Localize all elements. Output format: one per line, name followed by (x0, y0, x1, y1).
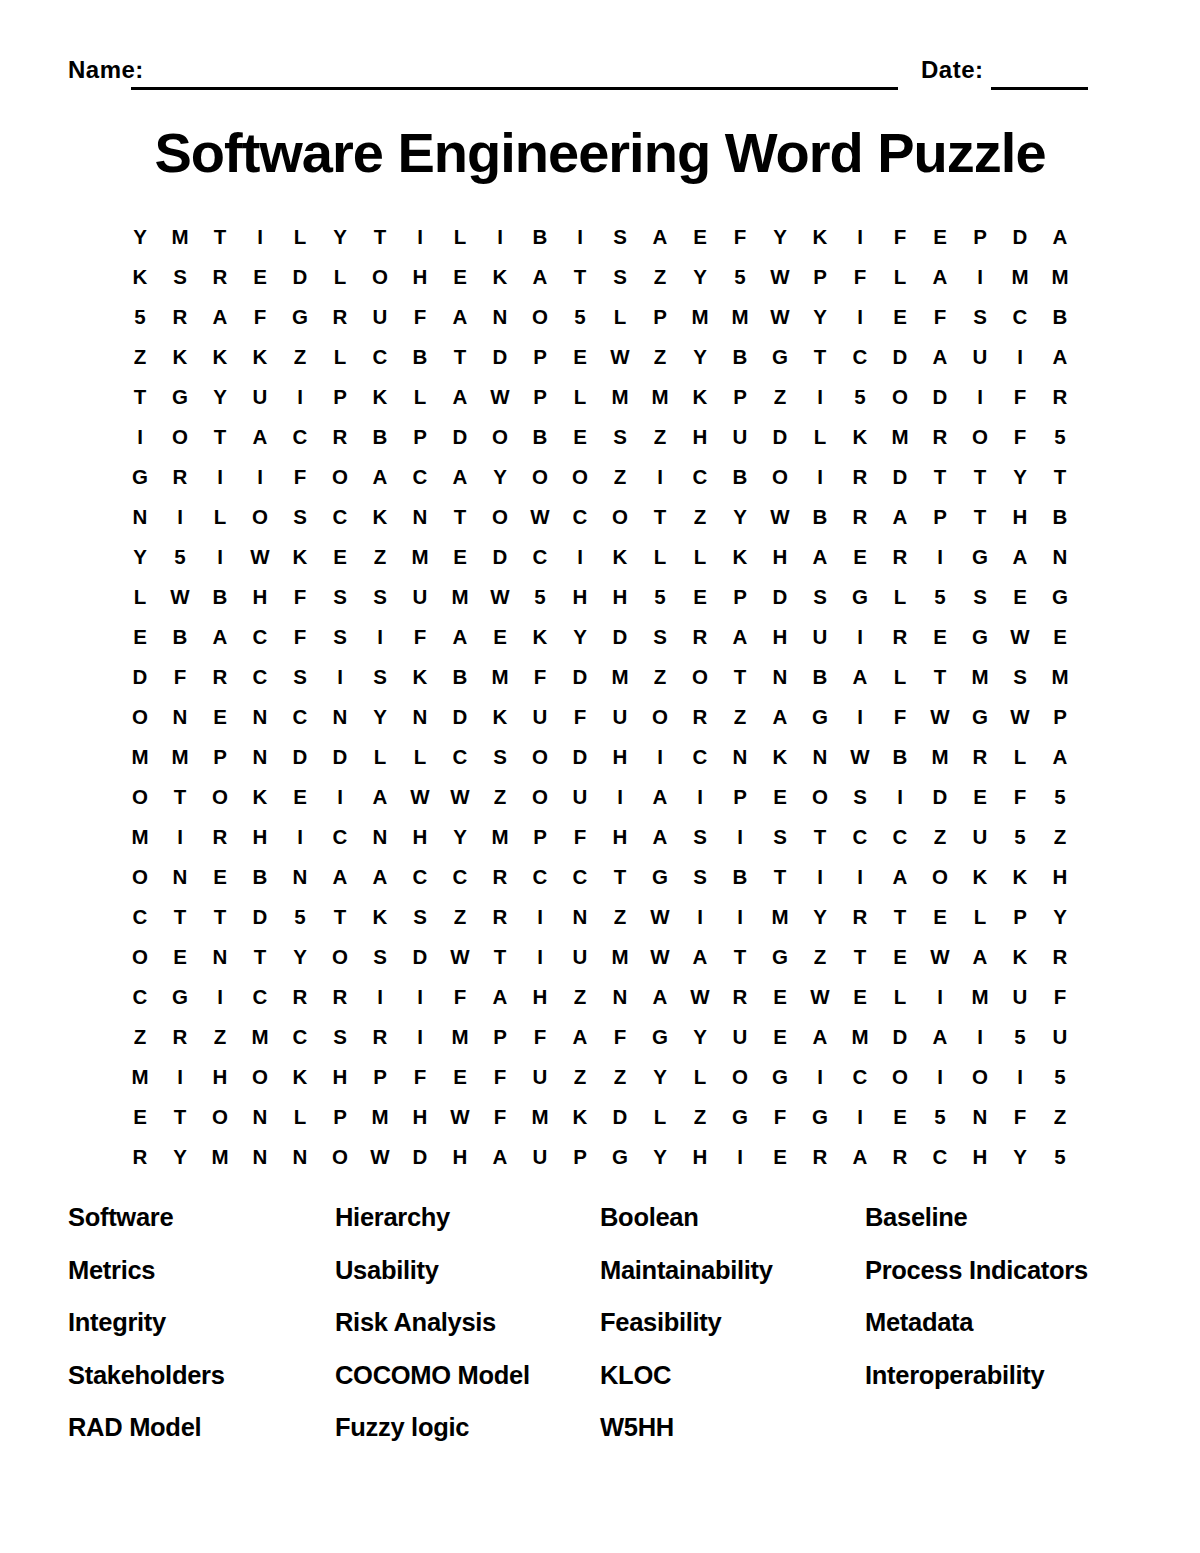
grid-cell-r5c21[interactable]: D (920, 377, 960, 417)
grid-cell-r11c5[interactable]: F (280, 617, 320, 657)
grid-cell-r18c9[interactable]: Z (440, 897, 480, 937)
grid-cell-r3c17[interactable]: W (760, 297, 800, 337)
grid-cell-r1c10[interactable]: I (480, 217, 520, 257)
grid-cell-r19c22[interactable]: A (960, 937, 1000, 977)
grid-cell-r14c18[interactable]: N (800, 737, 840, 777)
grid-cell-r5c4[interactable]: U (240, 377, 280, 417)
grid-cell-r24c12[interactable]: P (560, 1137, 600, 1177)
grid-cell-r2c23[interactable]: M (1000, 257, 1040, 297)
grid-cell-r9c24[interactable]: N (1040, 537, 1080, 577)
grid-cell-r6c5[interactable]: C (280, 417, 320, 457)
grid-cell-r23c18[interactable]: G (800, 1097, 840, 1137)
grid-cell-r13c10[interactable]: K (480, 697, 520, 737)
grid-cell-r19c13[interactable]: M (600, 937, 640, 977)
grid-cell-r24c13[interactable]: G (600, 1137, 640, 1177)
grid-cell-r4c22[interactable]: U (960, 337, 1000, 377)
grid-cell-r12c13[interactable]: M (600, 657, 640, 697)
grid-cell-r15c2[interactable]: T (160, 777, 200, 817)
grid-cell-r19c17[interactable]: G (760, 937, 800, 977)
grid-cell-r7c6[interactable]: O (320, 457, 360, 497)
grid-cell-r20c2[interactable]: G (160, 977, 200, 1017)
grid-cell-r3c13[interactable]: L (600, 297, 640, 337)
grid-cell-r10c5[interactable]: F (280, 577, 320, 617)
grid-cell-r9c10[interactable]: D (480, 537, 520, 577)
grid-cell-r23c19[interactable]: I (840, 1097, 880, 1137)
grid-cell-r7c3[interactable]: I (200, 457, 240, 497)
grid-cell-r21c2[interactable]: R (160, 1017, 200, 1057)
grid-cell-r18c18[interactable]: Y (800, 897, 840, 937)
grid-cell-r15c10[interactable]: Z (480, 777, 520, 817)
grid-cell-r17c1[interactable]: O (120, 857, 160, 897)
grid-cell-r24c21[interactable]: C (920, 1137, 960, 1177)
grid-cell-r19c11[interactable]: I (520, 937, 560, 977)
grid-cell-r17c19[interactable]: I (840, 857, 880, 897)
grid-cell-r18c14[interactable]: W (640, 897, 680, 937)
grid-cell-r11c17[interactable]: H (760, 617, 800, 657)
grid-cell-r9c2[interactable]: 5 (160, 537, 200, 577)
grid-cell-r19c23[interactable]: K (1000, 937, 1040, 977)
grid-cell-r15c23[interactable]: F (1000, 777, 1040, 817)
grid-cell-r24c17[interactable]: E (760, 1137, 800, 1177)
grid-cell-r7c21[interactable]: T (920, 457, 960, 497)
grid-cell-r5c9[interactable]: A (440, 377, 480, 417)
grid-cell-r13c20[interactable]: F (880, 697, 920, 737)
grid-cell-r22c3[interactable]: H (200, 1057, 240, 1097)
grid-cell-r24c20[interactable]: R (880, 1137, 920, 1177)
grid-cell-r8c19[interactable]: R (840, 497, 880, 537)
grid-cell-r13c1[interactable]: O (120, 697, 160, 737)
grid-cell-r10c7[interactable]: S (360, 577, 400, 617)
grid-cell-r23c23[interactable]: F (1000, 1097, 1040, 1137)
grid-cell-r17c23[interactable]: K (1000, 857, 1040, 897)
grid-cell-r6c13[interactable]: S (600, 417, 640, 457)
grid-cell-r3c21[interactable]: F (920, 297, 960, 337)
grid-cell-r2c13[interactable]: S (600, 257, 640, 297)
grid-cell-r6c17[interactable]: D (760, 417, 800, 457)
grid-cell-r23c15[interactable]: Z (680, 1097, 720, 1137)
grid-cell-r15c20[interactable]: I (880, 777, 920, 817)
grid-cell-r24c24[interactable]: 5 (1040, 1137, 1080, 1177)
grid-cell-r8c2[interactable]: I (160, 497, 200, 537)
grid-cell-r5c20[interactable]: O (880, 377, 920, 417)
grid-cell-r4c15[interactable]: Y (680, 337, 720, 377)
grid-cell-r10c12[interactable]: H (560, 577, 600, 617)
grid-cell-r21c23[interactable]: 5 (1000, 1017, 1040, 1057)
grid-cell-r20c7[interactable]: I (360, 977, 400, 1017)
grid-cell-r20c15[interactable]: W (680, 977, 720, 1017)
grid-cell-r23c6[interactable]: P (320, 1097, 360, 1137)
grid-cell-r8c21[interactable]: P (920, 497, 960, 537)
grid-cell-r16c8[interactable]: H (400, 817, 440, 857)
grid-cell-r9c5[interactable]: K (280, 537, 320, 577)
grid-cell-r15c1[interactable]: O (120, 777, 160, 817)
grid-cell-r5c1[interactable]: T (120, 377, 160, 417)
grid-cell-r19c5[interactable]: Y (280, 937, 320, 977)
grid-cell-r16c12[interactable]: F (560, 817, 600, 857)
grid-cell-r16c23[interactable]: 5 (1000, 817, 1040, 857)
grid-cell-r15c13[interactable]: I (600, 777, 640, 817)
grid-cell-r22c20[interactable]: O (880, 1057, 920, 1097)
grid-cell-r17c24[interactable]: H (1040, 857, 1080, 897)
grid-cell-r10c21[interactable]: 5 (920, 577, 960, 617)
grid-cell-r3c20[interactable]: E (880, 297, 920, 337)
grid-cell-r2c11[interactable]: A (520, 257, 560, 297)
grid-cell-r4c6[interactable]: L (320, 337, 360, 377)
grid-cell-r6c4[interactable]: A (240, 417, 280, 457)
grid-cell-r19c19[interactable]: T (840, 937, 880, 977)
grid-cell-r8c8[interactable]: N (400, 497, 440, 537)
grid-cell-r1c16[interactable]: F (720, 217, 760, 257)
grid-cell-r10c13[interactable]: H (600, 577, 640, 617)
grid-cell-r4c1[interactable]: Z (120, 337, 160, 377)
grid-cell-r19c8[interactable]: D (400, 937, 440, 977)
grid-cell-r4c24[interactable]: A (1040, 337, 1080, 377)
grid-cell-r11c21[interactable]: E (920, 617, 960, 657)
grid-cell-r5c10[interactable]: W (480, 377, 520, 417)
grid-cell-r24c19[interactable]: A (840, 1137, 880, 1177)
grid-cell-r24c8[interactable]: D (400, 1137, 440, 1177)
grid-cell-r3c15[interactable]: M (680, 297, 720, 337)
grid-cell-r15c11[interactable]: O (520, 777, 560, 817)
grid-cell-r12c11[interactable]: F (520, 657, 560, 697)
grid-cell-r17c17[interactable]: T (760, 857, 800, 897)
grid-cell-r21c21[interactable]: A (920, 1017, 960, 1057)
grid-cell-r8c9[interactable]: T (440, 497, 480, 537)
grid-cell-r2c1[interactable]: K (120, 257, 160, 297)
grid-cell-r11c20[interactable]: R (880, 617, 920, 657)
grid-cell-r20c21[interactable]: I (920, 977, 960, 1017)
grid-cell-r22c10[interactable]: F (480, 1057, 520, 1097)
grid-cell-r16c2[interactable]: I (160, 817, 200, 857)
grid-cell-r10c11[interactable]: 5 (520, 577, 560, 617)
grid-cell-r13c19[interactable]: I (840, 697, 880, 737)
grid-cell-r1c7[interactable]: T (360, 217, 400, 257)
grid-cell-r14c8[interactable]: L (400, 737, 440, 777)
grid-cell-r11c4[interactable]: C (240, 617, 280, 657)
grid-cell-r2c8[interactable]: H (400, 257, 440, 297)
grid-cell-r19c10[interactable]: T (480, 937, 520, 977)
grid-cell-r3c14[interactable]: P (640, 297, 680, 337)
grid-cell-r13c7[interactable]: Y (360, 697, 400, 737)
grid-cell-r1c5[interactable]: L (280, 217, 320, 257)
grid-cell-r8c1[interactable]: N (120, 497, 160, 537)
grid-cell-r10c6[interactable]: S (320, 577, 360, 617)
grid-cell-r10c8[interactable]: U (400, 577, 440, 617)
grid-cell-r1c18[interactable]: K (800, 217, 840, 257)
grid-cell-r18c11[interactable]: I (520, 897, 560, 937)
grid-cell-r21c1[interactable]: Z (120, 1017, 160, 1057)
grid-cell-r10c23[interactable]: E (1000, 577, 1040, 617)
grid-cell-r23c9[interactable]: W (440, 1097, 480, 1137)
grid-cell-r16c6[interactable]: C (320, 817, 360, 857)
grid-cell-r2c12[interactable]: T (560, 257, 600, 297)
grid-cell-r17c6[interactable]: A (320, 857, 360, 897)
grid-cell-r14c21[interactable]: M (920, 737, 960, 777)
grid-cell-r5c15[interactable]: K (680, 377, 720, 417)
grid-cell-r19c12[interactable]: U (560, 937, 600, 977)
grid-cell-r7c10[interactable]: Y (480, 457, 520, 497)
grid-cell-r16c16[interactable]: I (720, 817, 760, 857)
grid-cell-r24c1[interactable]: R (120, 1137, 160, 1177)
grid-cell-r4c4[interactable]: K (240, 337, 280, 377)
grid-cell-r21c22[interactable]: I (960, 1017, 1000, 1057)
grid-cell-r12c23[interactable]: S (1000, 657, 1040, 697)
grid-cell-r20c22[interactable]: M (960, 977, 1000, 1017)
grid-cell-r23c14[interactable]: L (640, 1097, 680, 1137)
grid-cell-r24c10[interactable]: A (480, 1137, 520, 1177)
grid-cell-r17c5[interactable]: N (280, 857, 320, 897)
grid-cell-r20c6[interactable]: R (320, 977, 360, 1017)
grid-cell-r18c7[interactable]: K (360, 897, 400, 937)
grid-cell-r7c13[interactable]: Z (600, 457, 640, 497)
grid-cell-r19c18[interactable]: Z (800, 937, 840, 977)
grid-cell-r4c12[interactable]: E (560, 337, 600, 377)
grid-cell-r23c2[interactable]: T (160, 1097, 200, 1137)
grid-cell-r20c9[interactable]: F (440, 977, 480, 1017)
grid-cell-r18c2[interactable]: T (160, 897, 200, 937)
grid-cell-r10c14[interactable]: 5 (640, 577, 680, 617)
grid-cell-r17c15[interactable]: S (680, 857, 720, 897)
grid-cell-r14c5[interactable]: D (280, 737, 320, 777)
grid-cell-r24c15[interactable]: H (680, 1137, 720, 1177)
grid-cell-r13c11[interactable]: U (520, 697, 560, 737)
grid-cell-r7c5[interactable]: F (280, 457, 320, 497)
grid-cell-r24c3[interactable]: M (200, 1137, 240, 1177)
grid-cell-r19c24[interactable]: R (1040, 937, 1080, 977)
grid-cell-r19c6[interactable]: O (320, 937, 360, 977)
grid-cell-r16c11[interactable]: P (520, 817, 560, 857)
grid-cell-r13c3[interactable]: E (200, 697, 240, 737)
grid-cell-r9c23[interactable]: A (1000, 537, 1040, 577)
grid-cell-r19c21[interactable]: W (920, 937, 960, 977)
grid-cell-r22c11[interactable]: U (520, 1057, 560, 1097)
grid-cell-r16c14[interactable]: A (640, 817, 680, 857)
grid-cell-r21c11[interactable]: F (520, 1017, 560, 1057)
grid-cell-r16c15[interactable]: S (680, 817, 720, 857)
grid-cell-r20c10[interactable]: A (480, 977, 520, 1017)
grid-cell-r10c19[interactable]: G (840, 577, 880, 617)
grid-cell-r24c6[interactable]: O (320, 1137, 360, 1177)
grid-cell-r22c4[interactable]: O (240, 1057, 280, 1097)
grid-cell-r13c16[interactable]: Z (720, 697, 760, 737)
grid-cell-r20c4[interactable]: C (240, 977, 280, 1017)
grid-cell-r16c21[interactable]: Z (920, 817, 960, 857)
grid-cell-r20c24[interactable]: F (1040, 977, 1080, 1017)
grid-cell-r3c2[interactable]: R (160, 297, 200, 337)
grid-cell-r4c17[interactable]: G (760, 337, 800, 377)
grid-cell-r21c4[interactable]: M (240, 1017, 280, 1057)
grid-cell-r21c17[interactable]: E (760, 1017, 800, 1057)
grid-cell-r19c7[interactable]: S (360, 937, 400, 977)
grid-cell-r24c23[interactable]: Y (1000, 1137, 1040, 1177)
grid-cell-r16c19[interactable]: C (840, 817, 880, 857)
grid-cell-r20c20[interactable]: L (880, 977, 920, 1017)
grid-cell-r9c21[interactable]: I (920, 537, 960, 577)
grid-cell-r19c9[interactable]: W (440, 937, 480, 977)
grid-cell-r17c11[interactable]: C (520, 857, 560, 897)
grid-cell-r9c11[interactable]: C (520, 537, 560, 577)
grid-cell-r7c17[interactable]: O (760, 457, 800, 497)
grid-cell-r18c3[interactable]: T (200, 897, 240, 937)
grid-cell-r22c12[interactable]: Z (560, 1057, 600, 1097)
grid-cell-r8c14[interactable]: T (640, 497, 680, 537)
grid-cell-r3c10[interactable]: N (480, 297, 520, 337)
grid-cell-r9c8[interactable]: M (400, 537, 440, 577)
grid-cell-r14c12[interactable]: D (560, 737, 600, 777)
grid-cell-r20c18[interactable]: W (800, 977, 840, 1017)
grid-cell-r20c13[interactable]: N (600, 977, 640, 1017)
grid-cell-r14c13[interactable]: H (600, 737, 640, 777)
grid-cell-r20c14[interactable]: A (640, 977, 680, 1017)
grid-cell-r13c6[interactable]: N (320, 697, 360, 737)
grid-cell-r5c5[interactable]: I (280, 377, 320, 417)
grid-cell-r21c3[interactable]: Z (200, 1017, 240, 1057)
grid-cell-r6c15[interactable]: H (680, 417, 720, 457)
grid-cell-r22c19[interactable]: C (840, 1057, 880, 1097)
grid-cell-r14c23[interactable]: L (1000, 737, 1040, 777)
grid-cell-r19c20[interactable]: E (880, 937, 920, 977)
grid-cell-r16c7[interactable]: N (360, 817, 400, 857)
grid-cell-r5c14[interactable]: M (640, 377, 680, 417)
grid-cell-r17c10[interactable]: R (480, 857, 520, 897)
grid-cell-r21c16[interactable]: U (720, 1017, 760, 1057)
grid-cell-r2c4[interactable]: E (240, 257, 280, 297)
grid-cell-r13c17[interactable]: A (760, 697, 800, 737)
grid-cell-r20c8[interactable]: I (400, 977, 440, 1017)
grid-cell-r9c15[interactable]: L (680, 537, 720, 577)
grid-cell-r8c23[interactable]: H (1000, 497, 1040, 537)
grid-cell-r3c16[interactable]: M (720, 297, 760, 337)
grid-cell-r12c21[interactable]: T (920, 657, 960, 697)
grid-cell-r22c2[interactable]: I (160, 1057, 200, 1097)
grid-cell-r23c3[interactable]: O (200, 1097, 240, 1137)
grid-cell-r11c8[interactable]: F (400, 617, 440, 657)
grid-cell-r20c5[interactable]: R (280, 977, 320, 1017)
grid-cell-r11c1[interactable]: E (120, 617, 160, 657)
grid-cell-r11c11[interactable]: K (520, 617, 560, 657)
grid-cell-r9c18[interactable]: A (800, 537, 840, 577)
grid-cell-r8c3[interactable]: L (200, 497, 240, 537)
grid-cell-r23c7[interactable]: M (360, 1097, 400, 1137)
grid-cell-r7c4[interactable]: I (240, 457, 280, 497)
grid-cell-r24c18[interactable]: R (800, 1137, 840, 1177)
grid-cell-r21c15[interactable]: Y (680, 1017, 720, 1057)
grid-cell-r9c4[interactable]: W (240, 537, 280, 577)
grid-cell-r12c10[interactable]: M (480, 657, 520, 697)
grid-cell-r1c19[interactable]: I (840, 217, 880, 257)
grid-cell-r2c2[interactable]: S (160, 257, 200, 297)
grid-cell-r13c4[interactable]: N (240, 697, 280, 737)
grid-cell-r23c1[interactable]: E (120, 1097, 160, 1137)
grid-cell-r9c19[interactable]: E (840, 537, 880, 577)
grid-cell-r2c5[interactable]: D (280, 257, 320, 297)
grid-cell-r10c15[interactable]: E (680, 577, 720, 617)
grid-cell-r17c14[interactable]: G (640, 857, 680, 897)
grid-cell-r9c20[interactable]: R (880, 537, 920, 577)
grid-cell-r11c24[interactable]: E (1040, 617, 1080, 657)
grid-cell-r7c20[interactable]: D (880, 457, 920, 497)
grid-cell-r24c7[interactable]: W (360, 1137, 400, 1177)
grid-cell-r8c15[interactable]: Z (680, 497, 720, 537)
grid-cell-r13c8[interactable]: N (400, 697, 440, 737)
grid-cell-r22c18[interactable]: I (800, 1057, 840, 1097)
grid-cell-r1c17[interactable]: Y (760, 217, 800, 257)
grid-cell-r4c14[interactable]: Z (640, 337, 680, 377)
grid-cell-r22c22[interactable]: O (960, 1057, 1000, 1097)
grid-cell-r15c21[interactable]: D (920, 777, 960, 817)
grid-cell-r21c6[interactable]: S (320, 1017, 360, 1057)
grid-cell-r21c13[interactable]: F (600, 1017, 640, 1057)
grid-cell-r7c14[interactable]: I (640, 457, 680, 497)
grid-cell-r10c3[interactable]: B (200, 577, 240, 617)
grid-cell-r20c19[interactable]: E (840, 977, 880, 1017)
grid-cell-r16c5[interactable]: I (280, 817, 320, 857)
grid-cell-r13c21[interactable]: W (920, 697, 960, 737)
grid-cell-r3c7[interactable]: U (360, 297, 400, 337)
grid-cell-r6c19[interactable]: K (840, 417, 880, 457)
grid-cell-r5c11[interactable]: P (520, 377, 560, 417)
grid-cell-r4c5[interactable]: Z (280, 337, 320, 377)
grid-cell-r15c24[interactable]: 5 (1040, 777, 1080, 817)
grid-cell-r7c19[interactable]: R (840, 457, 880, 497)
grid-cell-r1c15[interactable]: E (680, 217, 720, 257)
grid-cell-r11c10[interactable]: E (480, 617, 520, 657)
grid-cell-r11c7[interactable]: I (360, 617, 400, 657)
grid-cell-r20c11[interactable]: H (520, 977, 560, 1017)
grid-cell-r13c12[interactable]: F (560, 697, 600, 737)
grid-cell-r17c8[interactable]: C (400, 857, 440, 897)
grid-cell-r22c1[interactable]: M (120, 1057, 160, 1097)
grid-cell-r21c20[interactable]: D (880, 1017, 920, 1057)
grid-cell-r16c4[interactable]: H (240, 817, 280, 857)
grid-cell-r16c17[interactable]: S (760, 817, 800, 857)
grid-cell-r22c8[interactable]: F (400, 1057, 440, 1097)
grid-cell-r22c23[interactable]: I (1000, 1057, 1040, 1097)
grid-cell-r2c18[interactable]: P (800, 257, 840, 297)
grid-cell-r15c5[interactable]: E (280, 777, 320, 817)
grid-cell-r9c1[interactable]: Y (120, 537, 160, 577)
grid-cell-r13c15[interactable]: R (680, 697, 720, 737)
grid-cell-r20c12[interactable]: Z (560, 977, 600, 1017)
grid-cell-r6c8[interactable]: P (400, 417, 440, 457)
grid-cell-r12c5[interactable]: S (280, 657, 320, 697)
grid-cell-r22c21[interactable]: I (920, 1057, 960, 1097)
grid-cell-r5c16[interactable]: P (720, 377, 760, 417)
grid-cell-r10c20[interactable]: L (880, 577, 920, 617)
grid-cell-r5c8[interactable]: L (400, 377, 440, 417)
grid-cell-r3c6[interactable]: R (320, 297, 360, 337)
grid-cell-r22c15[interactable]: L (680, 1057, 720, 1097)
grid-cell-r12c2[interactable]: F (160, 657, 200, 697)
grid-cell-r12c15[interactable]: O (680, 657, 720, 697)
grid-cell-r14c15[interactable]: C (680, 737, 720, 777)
grid-cell-r11c15[interactable]: R (680, 617, 720, 657)
grid-cell-r13c5[interactable]: C (280, 697, 320, 737)
grid-cell-r1c2[interactable]: M (160, 217, 200, 257)
grid-cell-r9c22[interactable]: G (960, 537, 1000, 577)
grid-cell-r1c23[interactable]: D (1000, 217, 1040, 257)
grid-cell-r6c10[interactable]: O (480, 417, 520, 457)
grid-cell-r3c23[interactable]: C (1000, 297, 1040, 337)
grid-cell-r8c24[interactable]: B (1040, 497, 1080, 537)
grid-cell-r18c24[interactable]: Y (1040, 897, 1080, 937)
grid-cell-r18c8[interactable]: S (400, 897, 440, 937)
grid-cell-r17c7[interactable]: A (360, 857, 400, 897)
grid-cell-r5c2[interactable]: G (160, 377, 200, 417)
grid-cell-r17c18[interactable]: I (800, 857, 840, 897)
grid-cell-r7c8[interactable]: C (400, 457, 440, 497)
grid-cell-r23c24[interactable]: Z (1040, 1097, 1080, 1137)
